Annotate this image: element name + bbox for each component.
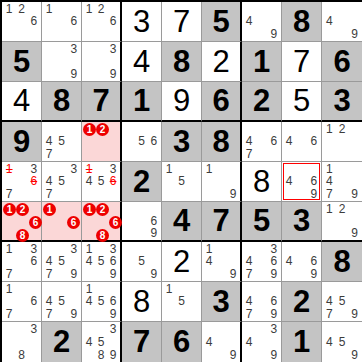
candidate-empty xyxy=(55,3,67,15)
pencil-marks: 469 xyxy=(283,243,320,280)
candidate-empty xyxy=(67,203,80,216)
candidate-empty xyxy=(95,68,107,80)
cell-r6c5[interactable]: 4 xyxy=(162,202,202,242)
candidate-empty xyxy=(255,3,267,15)
candidate-9: 9 xyxy=(107,348,119,361)
cell-r7c7[interactable]: 34679 xyxy=(242,242,282,282)
candidate-9: 9 xyxy=(227,268,239,280)
candidate-9: 9 xyxy=(348,28,361,40)
solved-digit: 2 xyxy=(162,242,201,281)
candidate-empty xyxy=(268,15,280,27)
candidate-empty xyxy=(188,283,200,295)
candidate-empty xyxy=(96,216,109,229)
cell-r2c7[interactable]: 1 xyxy=(242,42,282,82)
candidate-empty xyxy=(336,283,349,295)
cell-r8c4[interactable]: 8 xyxy=(122,282,162,322)
candidate-7: 7 xyxy=(243,268,255,280)
cell-r4c6[interactable]: 8 xyxy=(202,122,242,162)
candidate-7: 7 xyxy=(3,308,15,320)
candidate-empty xyxy=(163,295,175,307)
candidate-5: 5 xyxy=(95,175,107,187)
candidate-empty xyxy=(348,163,361,175)
candidate-empty xyxy=(15,255,27,267)
pencil-marks: 4579 xyxy=(43,283,80,320)
pencil-marks: 4679 xyxy=(243,283,280,320)
cell-r9c8[interactable]: 1 xyxy=(282,322,322,362)
cell-r9c2[interactable]: 2 xyxy=(42,322,82,362)
candidate-9: 9 xyxy=(348,227,361,239)
cell-r9c1[interactable]: 38 xyxy=(2,322,42,362)
pencil-marks: 16 xyxy=(43,203,80,239)
candidate-5: 5 xyxy=(95,336,107,349)
cell-r7c1[interactable]: 1367 xyxy=(2,242,42,282)
candidate-empty xyxy=(95,308,107,320)
candidate-empty xyxy=(68,283,80,295)
candidate-empty xyxy=(95,28,107,40)
cell-r7c5[interactable]: 2 xyxy=(162,242,202,282)
candidate-empty xyxy=(215,336,227,349)
candidate-empty xyxy=(255,123,267,135)
candidate-1: 1 xyxy=(323,163,336,175)
given-digit: 8 xyxy=(162,42,201,81)
candidate-empty xyxy=(107,3,119,15)
candidate-empty xyxy=(227,255,239,267)
candidate-9: 9 xyxy=(227,188,239,200)
candidate-empty xyxy=(243,3,255,15)
candidate-empty xyxy=(243,28,255,40)
candidate-1: 1 xyxy=(3,243,15,255)
candidate-empty xyxy=(123,268,135,280)
candidate-6: 6 xyxy=(308,135,320,147)
candidate-empty xyxy=(268,336,280,349)
candidate-empty xyxy=(135,123,147,135)
cell-r8c3[interactable]: 14569 xyxy=(82,282,122,322)
candidate-3: 3 xyxy=(68,43,80,55)
given-digit: 6 xyxy=(322,42,362,81)
candidate-empty xyxy=(295,243,307,255)
candidate-empty xyxy=(336,348,349,361)
candidate-6: 6 xyxy=(68,15,80,27)
candidate-9: 9 xyxy=(268,28,280,40)
candidate-7: 7 xyxy=(3,268,15,280)
candidate-1-circled: 1 xyxy=(83,123,96,136)
candidate-empty xyxy=(188,188,200,200)
given-digit: 7 xyxy=(202,202,240,240)
candidate-7: 7 xyxy=(43,268,55,280)
given-digit: 2 xyxy=(242,82,281,120)
candidate-empty xyxy=(188,163,200,175)
cell-r4c5[interactable]: 3 xyxy=(162,122,202,162)
candidate-4: 4 xyxy=(83,336,95,349)
candidate-1-circled: 1 xyxy=(43,203,56,216)
cell-r3c9[interactable]: 3 xyxy=(322,82,362,122)
cell-r9c3[interactable]: 34589 xyxy=(82,322,122,362)
cell-r7c9[interactable]: 8 xyxy=(322,242,362,282)
candidate-5: 5 xyxy=(55,295,67,307)
candidate-9: 9 xyxy=(227,348,239,361)
cell-r7c8[interactable]: 469 xyxy=(282,242,322,282)
cell-r4c1[interactable]: 9 xyxy=(2,122,42,162)
cell-r7c4[interactable]: 59 xyxy=(122,242,162,282)
candidate-empty xyxy=(95,323,107,336)
candidate-empty xyxy=(203,175,215,187)
candidate-empty xyxy=(15,243,27,255)
cell-r4c8[interactable]: 46 xyxy=(282,122,322,162)
candidate-empty xyxy=(295,268,307,280)
candidate-empty xyxy=(163,175,175,187)
cell-r3c7[interactable]: 2 xyxy=(242,82,282,122)
candidate-empty xyxy=(188,295,200,307)
candidate-empty xyxy=(323,135,336,147)
candidate-empty xyxy=(43,28,55,40)
pencil-marks: 457 xyxy=(43,123,80,160)
candidate-6: 6 xyxy=(107,255,119,267)
cell-r6c6[interactable]: 7 xyxy=(202,202,242,242)
candidate-empty xyxy=(323,3,336,15)
given-digit: 2 xyxy=(42,322,81,362)
cell-r2c9[interactable]: 6 xyxy=(322,42,362,82)
cell-r8c9[interactable]: 4579 xyxy=(322,282,362,322)
candidate-empty xyxy=(215,255,227,267)
candidate-empty xyxy=(203,323,215,336)
candidate-empty xyxy=(268,123,280,135)
candidate-empty xyxy=(96,148,109,160)
candidate-empty xyxy=(175,163,187,175)
given-digit: 8 xyxy=(202,122,240,161)
cell-r2c1[interactable]: 5 xyxy=(2,42,42,82)
pencil-marks: 49 xyxy=(323,3,361,40)
cell-r4c9[interactable]: 12 xyxy=(322,122,362,162)
candidate-empty xyxy=(215,175,227,187)
candidate-empty xyxy=(3,28,15,40)
cell-r3c6[interactable]: 6 xyxy=(202,82,242,122)
cell-r2c6[interactable]: 2 xyxy=(202,42,242,82)
pencil-marks: 1268 xyxy=(3,203,40,239)
candidate-6: 6 xyxy=(308,255,320,267)
cell-r5c6[interactable]: 19 xyxy=(202,162,242,202)
candidate-empty xyxy=(336,28,349,40)
cell-r1c1[interactable]: 126 xyxy=(2,2,42,42)
candidate-empty xyxy=(68,175,80,187)
cell-r8c5[interactable]: 15 xyxy=(162,282,202,322)
candidate-9: 9 xyxy=(68,68,80,80)
solved-digit: 7 xyxy=(282,42,321,81)
candidate-6: 6 xyxy=(28,295,40,307)
pencil-marks: 19 xyxy=(203,163,239,200)
candidate-empty xyxy=(55,28,67,40)
cell-r5c2[interactable]: 3457 xyxy=(42,162,82,202)
candidate-empty xyxy=(123,255,135,267)
candidate-empty xyxy=(95,43,107,55)
cell-r3c4[interactable]: 1 xyxy=(122,82,162,122)
candidate-empty xyxy=(123,227,135,239)
cell-r1c9[interactable]: 49 xyxy=(322,2,362,42)
pencil-marks: 3457 xyxy=(43,163,80,200)
candidate-1-circled: 1 xyxy=(3,203,16,216)
candidate-empty xyxy=(336,163,349,175)
candidate-empty xyxy=(203,348,215,361)
candidate-empty xyxy=(135,268,147,280)
candidate-empty xyxy=(295,255,307,267)
cell-r3c3[interactable]: 7 xyxy=(82,82,122,122)
candidate-empty xyxy=(3,336,15,349)
candidate-empty xyxy=(83,348,95,361)
pencil-marks: 467 xyxy=(243,123,280,160)
candidate-empty xyxy=(215,268,227,280)
cell-r6c9[interactable]: 129 xyxy=(322,202,362,242)
candidate-empty xyxy=(308,148,320,160)
pencil-marks: 349 xyxy=(243,323,280,361)
candidate-empty xyxy=(15,268,27,280)
candidate-empty xyxy=(15,15,27,27)
candidate-empty xyxy=(255,135,267,147)
pencil-marks: 15 xyxy=(163,163,200,200)
candidate-empty xyxy=(308,123,320,135)
candidate-empty xyxy=(28,283,40,295)
cell-r3c5[interactable]: 9 xyxy=(162,82,202,122)
solved-digit: 2 xyxy=(202,42,240,81)
candidate-empty xyxy=(323,215,336,227)
cell-r9c5[interactable]: 6 xyxy=(162,322,202,362)
cell-r1c2[interactable]: 16 xyxy=(42,2,82,42)
candidate-1: 1 xyxy=(83,243,95,255)
candidate-empty xyxy=(323,28,336,40)
cell-r4c3[interactable]: 12 xyxy=(82,122,122,162)
candidate-6: 6 xyxy=(268,135,280,147)
cell-r6c4[interactable]: 69 xyxy=(122,202,162,242)
candidate-1: 1 xyxy=(83,3,95,15)
pencil-marks: 16 xyxy=(43,3,80,40)
candidate-empty xyxy=(55,308,67,320)
candidate-empty xyxy=(3,216,16,229)
candidate-empty xyxy=(3,255,15,267)
candidate-4: 4 xyxy=(43,255,55,267)
cell-r5c7[interactable]: 8 xyxy=(242,162,282,202)
cell-r3c1[interactable]: 4 xyxy=(2,82,42,122)
candidate-9: 9 xyxy=(348,188,361,200)
solved-digit: 9 xyxy=(162,82,201,120)
candidate-empty xyxy=(148,148,160,160)
candidate-4: 4 xyxy=(43,135,55,147)
candidate-4: 4 xyxy=(83,295,95,307)
given-digit: 1 xyxy=(242,42,281,81)
candidate-empty xyxy=(109,229,122,242)
cell-r5c3[interactable]: 13456 xyxy=(82,162,122,202)
solved-digit: 8 xyxy=(242,162,281,201)
cell-r7c2[interactable]: 34579 xyxy=(42,242,82,282)
candidate-empty xyxy=(227,163,239,175)
given-digit: 2 xyxy=(122,162,161,201)
candidate-empty xyxy=(109,123,119,136)
given-digit: 9 xyxy=(2,122,41,161)
candidate-empty xyxy=(188,308,200,320)
cell-r2c4[interactable]: 4 xyxy=(122,42,162,82)
cell-r2c2[interactable]: 39 xyxy=(42,42,82,82)
given-digit: 7 xyxy=(82,82,120,120)
candidate-6-eliminated: 6 xyxy=(107,175,119,187)
candidate-3: 3 xyxy=(28,243,40,255)
candidate-7: 7 xyxy=(43,148,55,160)
cell-r8c8[interactable]: 2 xyxy=(282,282,322,322)
candidate-empty xyxy=(283,163,295,175)
candidate-empty xyxy=(295,123,307,135)
cell-r7c3[interactable]: 134569 xyxy=(82,242,122,282)
cell-r5c4[interactable]: 2 xyxy=(122,162,162,202)
candidate-empty xyxy=(43,229,56,239)
cell-r9c6[interactable]: 49 xyxy=(202,322,242,362)
cell-r3c8[interactable]: 5 xyxy=(282,82,322,122)
candidate-4: 4 xyxy=(283,135,295,147)
candidate-4: 4 xyxy=(203,336,215,349)
cell-r4c7[interactable]: 467 xyxy=(242,122,282,162)
candidate-6: 6 xyxy=(308,175,320,187)
candidate-empty xyxy=(243,348,255,361)
candidate-empty xyxy=(83,43,95,55)
pencil-marks: 39 xyxy=(83,43,119,80)
cell-r9c9[interactable]: 459 xyxy=(322,322,362,362)
candidate-empty xyxy=(348,336,361,349)
candidate-3: 3 xyxy=(107,163,119,175)
candidate-empty xyxy=(95,55,107,67)
candidate-empty xyxy=(16,216,29,229)
candidate-empty xyxy=(243,323,255,336)
candidate-empty xyxy=(255,268,267,280)
cell-r1c8[interactable]: 8 xyxy=(282,2,322,42)
candidate-2-circled: 2 xyxy=(96,123,109,136)
candidate-4: 4 xyxy=(243,255,255,267)
candidate-4: 4 xyxy=(323,175,336,187)
cell-r2c5[interactable]: 8 xyxy=(162,42,202,82)
pencil-marks: 1367 xyxy=(3,243,40,280)
candidate-empty xyxy=(43,15,55,27)
cell-r1c5[interactable]: 7 xyxy=(162,2,202,42)
cell-r5c8[interactable]: 469 xyxy=(282,162,322,202)
cell-r1c6[interactable]: 5 xyxy=(202,2,242,42)
candidate-empty xyxy=(215,243,227,255)
cell-r8c2[interactable]: 4579 xyxy=(42,282,82,322)
candidate-5: 5 xyxy=(336,295,349,307)
cell-r1c4[interactable]: 3 xyxy=(122,2,162,42)
candidate-empty xyxy=(348,135,361,147)
candidate-empty xyxy=(255,323,267,336)
cell-r8c1[interactable]: 167 xyxy=(2,282,42,322)
candidate-empty xyxy=(348,323,361,336)
pencil-marks: 49 xyxy=(203,323,239,361)
candidate-empty xyxy=(123,135,135,147)
candidate-empty xyxy=(68,255,80,267)
pencil-marks: 1479 xyxy=(323,163,361,200)
cell-r5c5[interactable]: 15 xyxy=(162,162,202,202)
candidate-empty xyxy=(123,123,135,135)
candidate-4: 4 xyxy=(83,175,95,187)
candidate-5: 5 xyxy=(55,255,67,267)
cell-r6c1[interactable]: 1268 xyxy=(2,202,42,242)
pencil-marks: 126 xyxy=(83,3,119,40)
candidate-1: 1 xyxy=(3,3,15,15)
candidate-empty xyxy=(295,148,307,160)
cell-r6c2[interactable]: 16 xyxy=(42,202,82,242)
solved-digit: 4 xyxy=(2,82,41,120)
candidate-empty xyxy=(336,15,349,27)
candidate-7: 7 xyxy=(3,188,15,200)
candidate-empty xyxy=(43,163,55,175)
cell-r8c7[interactable]: 4679 xyxy=(242,282,282,322)
candidate-empty xyxy=(336,215,349,227)
candidate-empty xyxy=(83,15,95,27)
candidate-empty xyxy=(83,229,96,242)
cell-r2c8[interactable]: 7 xyxy=(282,42,322,82)
cell-r3c2[interactable]: 8 xyxy=(42,82,82,122)
pencil-marks: 1268 xyxy=(83,203,119,239)
solved-digit: 7 xyxy=(162,2,201,41)
candidate-5: 5 xyxy=(95,295,107,307)
candidate-2-circled: 2 xyxy=(16,203,29,216)
candidate-empty xyxy=(268,3,280,15)
candidate-empty xyxy=(109,203,122,216)
candidate-empty xyxy=(28,188,40,200)
pencil-marks: 134569 xyxy=(83,243,119,280)
candidate-9: 9 xyxy=(107,68,119,80)
cell-r4c4[interactable]: 56 xyxy=(122,122,162,162)
cell-r6c3[interactable]: 1268 xyxy=(82,202,122,242)
candidate-9: 9 xyxy=(68,308,80,320)
cell-r9c4[interactable]: 7 xyxy=(122,322,162,362)
candidate-4: 4 xyxy=(323,336,336,349)
given-digit: 3 xyxy=(162,122,201,161)
pencil-marks: 39 xyxy=(43,43,80,80)
candidate-empty xyxy=(55,188,67,200)
candidate-empty xyxy=(3,295,15,307)
candidate-empty xyxy=(323,348,336,361)
candidate-empty xyxy=(15,336,27,349)
candidate-empty xyxy=(67,229,80,239)
pencil-marks: 14569 xyxy=(83,283,119,320)
pencil-marks: 49 xyxy=(243,3,280,40)
candidate-4: 4 xyxy=(243,336,255,349)
pencil-marks: 469 xyxy=(283,163,320,200)
cell-r4c2[interactable]: 457 xyxy=(42,122,82,162)
candidate-1: 1 xyxy=(163,163,175,175)
candidate-6: 6 xyxy=(28,255,40,267)
cell-r5c1[interactable]: 1367 xyxy=(2,162,42,202)
cell-r2c3[interactable]: 39 xyxy=(82,42,122,82)
cell-r7c6[interactable]: 149 xyxy=(202,242,242,282)
candidate-empty xyxy=(135,215,147,227)
candidate-empty xyxy=(348,283,361,295)
candidate-empty xyxy=(95,243,107,255)
cell-r1c3[interactable]: 126 xyxy=(82,2,122,42)
candidate-empty xyxy=(29,229,42,242)
candidate-empty xyxy=(83,55,95,67)
candidate-empty xyxy=(308,243,320,255)
candidate-empty xyxy=(28,268,40,280)
candidate-empty xyxy=(175,188,187,200)
cell-r6c8[interactable]: 3 xyxy=(282,202,322,242)
candidate-empty xyxy=(3,175,15,187)
candidate-9: 9 xyxy=(148,268,160,280)
candidate-empty xyxy=(107,55,119,67)
cell-r5c9[interactable]: 1479 xyxy=(322,162,362,202)
candidate-empty xyxy=(123,215,135,227)
candidate-empty xyxy=(148,255,160,267)
cell-r1c7[interactable]: 49 xyxy=(242,2,282,42)
cell-r8c6[interactable]: 3 xyxy=(202,282,242,322)
candidate-empty xyxy=(283,243,295,255)
cell-r6c7[interactable]: 5 xyxy=(242,202,282,242)
candidate-empty xyxy=(109,136,119,148)
candidate-empty xyxy=(283,268,295,280)
cell-r9c7[interactable]: 349 xyxy=(242,322,282,362)
